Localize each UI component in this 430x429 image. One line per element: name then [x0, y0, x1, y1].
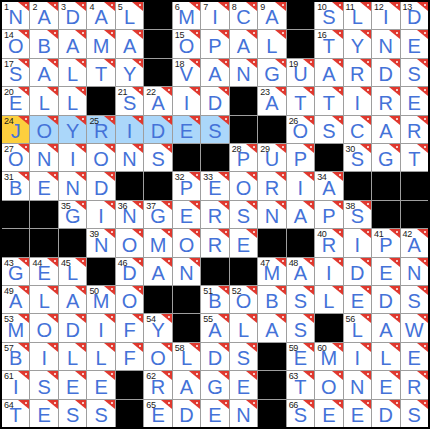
- grid-cell[interactable]: A: [230, 30, 257, 57]
- grid-cell[interactable]: Y: [344, 30, 371, 57]
- black-cell: [258, 400, 285, 427]
- grid-cell[interactable]: P: [201, 30, 228, 57]
- grid-cell[interactable]: 18V: [173, 59, 200, 86]
- grid-cell[interactable]: S: [287, 286, 314, 313]
- grid-cell[interactable]: O: [116, 286, 143, 313]
- revealed-flag-icon: [104, 59, 115, 68]
- grid-cell[interactable]: S: [144, 144, 171, 171]
- grid-cell[interactable]: M: [87, 30, 114, 57]
- revealed-flag-icon: [104, 116, 115, 125]
- grid-cell[interactable]: S: [401, 59, 428, 86]
- revealed-flag-icon: [417, 87, 428, 96]
- grid-cell[interactable]: N: [344, 371, 371, 398]
- cell-number: 37: [146, 201, 155, 211]
- grid-cell[interactable]: D: [201, 87, 228, 114]
- grid-cell[interactable]: N: [173, 258, 200, 285]
- revealed-flag-icon: [104, 30, 115, 39]
- revealed-flag-icon: [275, 201, 286, 210]
- revealed-flag-icon: [132, 144, 143, 153]
- revealed-flag-icon: [417, 229, 428, 238]
- grid-cell[interactable]: L: [59, 87, 86, 114]
- grid-cell[interactable]: D: [201, 343, 228, 370]
- grid-cell[interactable]: 16T: [315, 30, 342, 57]
- grid-cell[interactable]: 23A: [258, 87, 285, 114]
- revealed-flag-icon: [75, 258, 86, 267]
- grid-cell[interactable]: P: [287, 144, 314, 171]
- grid-cell[interactable]: 43G: [2, 258, 29, 285]
- revealed-flag-icon: [218, 314, 229, 323]
- grid-cell[interactable]: L: [30, 286, 57, 313]
- revealed-flag-icon: [75, 144, 86, 153]
- grid-cell[interactable]: 31B: [2, 172, 29, 199]
- grid-cell[interactable]: I: [173, 87, 200, 114]
- crossword-app: 1N2A3D4A5L6M7I8C9A10S11L12I13D14OBAMA15O…: [0, 0, 430, 429]
- grid-cell[interactable]: A: [144, 258, 171, 285]
- revealed-flag-icon: [161, 144, 172, 153]
- revealed-flag-icon: [132, 314, 143, 323]
- black-cell: [144, 2, 171, 29]
- grid-cell[interactable]: 48A: [287, 258, 314, 285]
- grid-cell[interactable]: O: [144, 343, 171, 370]
- grid-cell[interactable]: N: [30, 144, 57, 171]
- grid-cell[interactable]: 30S: [344, 144, 371, 171]
- grid-cell[interactable]: 12I: [372, 2, 399, 29]
- grid-cell[interactable]: N: [116, 144, 143, 171]
- grid-cell[interactable]: S: [287, 314, 314, 341]
- grid-cell[interactable]: 1N: [2, 2, 29, 29]
- grid-cell[interactable]: D: [372, 400, 399, 427]
- grid-cell[interactable]: 35G: [59, 201, 86, 228]
- revealed-flag-icon: [389, 229, 400, 238]
- grid-cell[interactable]: 9A: [258, 2, 285, 29]
- grid-cell[interactable]: 8C: [230, 2, 257, 29]
- revealed-flag-icon: [246, 371, 257, 380]
- grid-cell[interactable]: 33E: [201, 172, 228, 199]
- grid-cell[interactable]: D: [344, 258, 371, 285]
- cell-number: 59: [289, 343, 298, 353]
- grid-cell[interactable]: L: [30, 87, 57, 114]
- revealed-flag-icon: [132, 343, 143, 352]
- revealed-flag-icon: [104, 144, 115, 153]
- revealed-flag-icon: [18, 87, 29, 96]
- revealed-flag-icon: [218, 30, 229, 39]
- grid-cell[interactable]: O: [116, 229, 143, 256]
- grid-cell[interactable]: N: [401, 258, 428, 285]
- grid-cell[interactable]: I: [315, 258, 342, 285]
- grid-cell[interactable]: 13D: [401, 2, 428, 29]
- grid-cell[interactable]: E: [315, 400, 342, 427]
- grid-cell[interactable]: 42A: [401, 229, 428, 256]
- grid-cell[interactable]: S: [230, 201, 257, 228]
- grid-cell[interactable]: 36N: [116, 201, 143, 228]
- revealed-flag-icon: [218, 343, 229, 352]
- black-cell: [144, 30, 171, 57]
- revealed-flag-icon: [75, 343, 86, 352]
- revealed-flag-icon: [18, 371, 29, 380]
- revealed-flag-icon: [47, 87, 58, 96]
- grid-cell[interactable]: I: [344, 229, 371, 256]
- grid-cell[interactable]: G: [372, 144, 399, 171]
- revealed-flag-icon: [360, 59, 371, 68]
- grid-cell[interactable]: D: [144, 116, 171, 143]
- revealed-flag-icon: [332, 258, 343, 267]
- revealed-flag-icon: [132, 286, 143, 295]
- grid-cell[interactable]: A: [201, 59, 228, 86]
- revealed-flag-icon: [161, 87, 172, 96]
- grid-cell[interactable]: I: [59, 144, 86, 171]
- grid-cell[interactable]: 41P: [372, 229, 399, 256]
- revealed-flag-icon: [189, 2, 200, 11]
- grid-cell[interactable]: O: [173, 229, 200, 256]
- grid-cell[interactable]: E: [344, 286, 371, 313]
- grid-cell[interactable]: 58L: [173, 343, 200, 370]
- grid-cell[interactable]: 21S: [116, 87, 143, 114]
- revealed-flag-icon: [303, 172, 314, 181]
- revealed-flag-icon: [218, 116, 229, 125]
- revealed-flag-icon: [360, 30, 371, 39]
- grid-cell[interactable]: L: [59, 343, 86, 370]
- grid-cell[interactable]: I: [344, 87, 371, 114]
- black-cell: [258, 371, 285, 398]
- grid-cell[interactable]: 66S: [287, 400, 314, 427]
- grid-cell[interactable]: T: [315, 87, 342, 114]
- cell-number: 28: [232, 144, 241, 154]
- revealed-flag-icon: [18, 30, 29, 39]
- revealed-flag-icon: [360, 229, 371, 238]
- cell-number: 62: [146, 371, 155, 381]
- grid-cell[interactable]: W: [401, 314, 428, 341]
- grid-cell[interactable]: I: [87, 314, 114, 341]
- grid-cell[interactable]: S: [315, 116, 342, 143]
- grid-cell[interactable]: L: [372, 343, 399, 370]
- black-cell: [144, 286, 171, 313]
- grid-cell[interactable]: A: [59, 286, 86, 313]
- grid-cell[interactable]: 22A: [144, 87, 171, 114]
- grid-cell[interactable]: 49A: [2, 286, 29, 313]
- black-cell: [258, 116, 285, 143]
- cell-number: 56: [346, 314, 355, 324]
- grid-cell[interactable]: 55A: [201, 314, 228, 341]
- grid-cell[interactable]: 47M: [258, 258, 285, 285]
- revealed-flag-icon: [246, 30, 257, 39]
- grid-cell[interactable]: R: [258, 172, 285, 199]
- grid-cell[interactable]: O: [230, 172, 257, 199]
- grid-cell[interactable]: 40R: [315, 229, 342, 256]
- grid-cell[interactable]: 38S: [344, 201, 371, 228]
- black-cell: [372, 172, 399, 199]
- cell-number: 6: [175, 2, 180, 12]
- grid-cell[interactable]: O: [30, 116, 57, 143]
- grid-cell[interactable]: D: [87, 172, 114, 199]
- revealed-flag-icon: [161, 201, 172, 210]
- black-cell: [287, 229, 314, 256]
- grid-cell[interactable]: O: [315, 371, 342, 398]
- cell-number: 53: [4, 314, 13, 324]
- revealed-flag-icon: [303, 343, 314, 352]
- grid-cell[interactable]: A: [372, 116, 399, 143]
- grid-cell[interactable]: R: [372, 87, 399, 114]
- grid-cell[interactable]: 51B: [201, 286, 228, 313]
- grid-cell[interactable]: 20E: [2, 87, 29, 114]
- grid-cell[interactable]: Y: [59, 116, 86, 143]
- grid-cell[interactable]: Y: [116, 59, 143, 86]
- revealed-flag-icon: [246, 172, 257, 181]
- grid-cell[interactable]: 19U: [287, 59, 314, 86]
- revealed-flag-icon: [218, 2, 229, 11]
- grid-cell[interactable]: F: [116, 314, 143, 341]
- cell-number: 21: [118, 87, 127, 97]
- grid-cell[interactable]: 65E: [144, 400, 171, 427]
- grid-cell[interactable]: S: [230, 343, 257, 370]
- grid-cell[interactable]: R: [201, 201, 228, 228]
- grid-cell[interactable]: L: [59, 59, 86, 86]
- crossword-board: 1N2A3D4A5L6M7I8C9A10S11L12I13D14OBAMA15O…: [0, 0, 430, 429]
- grid-cell[interactable]: S: [401, 400, 428, 427]
- grid-cell[interactable]: S: [401, 286, 428, 313]
- cell-number: 52: [232, 286, 241, 296]
- grid-cell[interactable]: E: [230, 371, 257, 398]
- grid-cell[interactable]: 34A: [315, 172, 342, 199]
- revealed-flag-icon: [132, 229, 143, 238]
- grid-cell[interactable]: 50M: [87, 286, 114, 313]
- grid-cell[interactable]: I: [30, 343, 57, 370]
- grid-cell[interactable]: S: [59, 400, 86, 427]
- grid-cell[interactable]: O: [30, 314, 57, 341]
- cell-number: 15: [175, 30, 184, 40]
- cell-number: 4: [89, 2, 94, 12]
- grid-cell[interactable]: E: [173, 201, 200, 228]
- grid-cell[interactable]: 63T: [287, 371, 314, 398]
- grid-cell[interactable]: E: [173, 116, 200, 143]
- cell-number: 3: [61, 2, 66, 12]
- grid-cell[interactable]: G: [258, 59, 285, 86]
- grid-cell[interactable]: I: [344, 343, 371, 370]
- grid-cell[interactable]: E: [30, 400, 57, 427]
- grid-cell[interactable]: 57B: [2, 343, 29, 370]
- black-cell: [287, 2, 314, 29]
- grid-cell[interactable]: T: [87, 59, 114, 86]
- grid-cell[interactable]: 10S: [315, 2, 342, 29]
- grid-cell[interactable]: N: [372, 30, 399, 57]
- grid-cell[interactable]: N: [230, 400, 257, 427]
- cell-number: 65: [146, 400, 155, 410]
- grid-cell[interactable]: E: [372, 371, 399, 398]
- grid-cell[interactable]: 52O: [230, 286, 257, 313]
- grid-cell[interactable]: N: [230, 59, 257, 86]
- grid-cell[interactable]: S: [87, 400, 114, 427]
- revealed-flag-icon: [104, 371, 115, 380]
- grid-cell[interactable]: 54Y: [144, 314, 171, 341]
- grid-cell[interactable]: 37G: [144, 201, 171, 228]
- grid-cell[interactable]: M: [144, 229, 171, 256]
- grid-cell[interactable]: L: [258, 30, 285, 57]
- revealed-flag-icon: [389, 400, 400, 409]
- black-cell: [258, 229, 285, 256]
- grid-cell[interactable]: S: [30, 371, 57, 398]
- grid-cell[interactable]: R: [401, 116, 428, 143]
- black-cell: [287, 30, 314, 57]
- grid-cell[interactable]: 3D: [59, 2, 86, 29]
- grid-cell[interactable]: I: [87, 201, 114, 228]
- grid-cell[interactable]: 62R: [144, 371, 171, 398]
- revealed-flag-icon: [360, 371, 371, 380]
- grid-cell[interactable]: E: [401, 343, 428, 370]
- grid-cell[interactable]: D: [372, 286, 399, 313]
- revealed-flag-icon: [47, 30, 58, 39]
- revealed-flag-icon: [332, 87, 343, 96]
- grid-cell[interactable]: I: [287, 172, 314, 199]
- grid-cell[interactable]: L: [87, 343, 114, 370]
- grid-cell[interactable]: 59E: [287, 343, 314, 370]
- grid-cell[interactable]: F: [116, 343, 143, 370]
- revealed-flag-icon: [275, 87, 286, 96]
- black-cell: [144, 172, 171, 199]
- cell-number: 1: [4, 2, 9, 12]
- grid-cell[interactable]: 60M: [315, 343, 342, 370]
- grid-cell[interactable]: 4A: [87, 2, 114, 29]
- revealed-flag-icon: [189, 172, 200, 181]
- revealed-flag-icon: [218, 286, 229, 295]
- grid-cell[interactable]: P: [315, 201, 342, 228]
- grid-cell[interactable]: S: [201, 116, 228, 143]
- grid-cell[interactable]: A: [315, 59, 342, 86]
- grid-cell[interactable]: B: [258, 286, 285, 313]
- revealed-flag-icon: [389, 59, 400, 68]
- grid-cell[interactable]: 25R: [87, 116, 114, 143]
- grid-cell[interactable]: I: [116, 116, 143, 143]
- grid-cell[interactable]: 7I: [201, 2, 228, 29]
- grid-cell[interactable]: 6M: [173, 2, 200, 29]
- grid-cell[interactable]: E: [230, 229, 257, 256]
- grid-cell[interactable]: 32P: [173, 172, 200, 199]
- revealed-flag-icon: [303, 201, 314, 210]
- black-cell: [173, 286, 200, 313]
- revealed-flag-icon: [161, 258, 172, 267]
- grid-cell[interactable]: A: [59, 30, 86, 57]
- revealed-flag-icon: [218, 229, 229, 238]
- grid-cell[interactable]: E: [401, 87, 428, 114]
- revealed-flag-icon: [189, 343, 200, 352]
- grid-cell[interactable]: T: [401, 144, 428, 171]
- revealed-flag-icon: [161, 314, 172, 323]
- grid-cell[interactable]: G: [201, 371, 228, 398]
- grid-cell[interactable]: E: [201, 400, 228, 427]
- cell-number: 33: [203, 172, 212, 182]
- black-cell: [116, 371, 143, 398]
- cell-number: 7: [203, 2, 208, 12]
- grid-cell[interactable]: L: [230, 314, 257, 341]
- grid-cell[interactable]: T: [287, 87, 314, 114]
- grid-cell[interactable]: 28P: [230, 144, 257, 171]
- grid-cell[interactable]: 5L: [116, 2, 143, 29]
- grid-cell[interactable]: E: [30, 172, 57, 199]
- grid-cell[interactable]: A: [372, 314, 399, 341]
- grid-cell[interactable]: O: [87, 144, 114, 171]
- revealed-flag-icon: [360, 314, 371, 323]
- grid-cell[interactable]: 24J: [2, 116, 29, 143]
- cell-number: 40: [317, 229, 326, 239]
- revealed-flag-icon: [417, 400, 428, 409]
- grid-cell[interactable]: R: [344, 59, 371, 86]
- cell-number: 29: [260, 144, 269, 154]
- revealed-flag-icon: [218, 172, 229, 181]
- black-cell: [116, 172, 143, 199]
- revealed-flag-icon: [246, 201, 257, 210]
- grid-cell[interactable]: R: [401, 371, 428, 398]
- grid-cell[interactable]: 15O: [173, 30, 200, 57]
- cell-number: 46: [118, 258, 127, 268]
- grid-cell[interactable]: 14O: [2, 30, 29, 57]
- grid-cell[interactable]: D: [59, 314, 86, 341]
- revealed-flag-icon: [47, 314, 58, 323]
- grid-cell[interactable]: D: [372, 59, 399, 86]
- grid-cell[interactable]: 61I: [2, 371, 29, 398]
- grid-cell[interactable]: N: [258, 201, 285, 228]
- grid-cell[interactable]: E: [344, 400, 371, 427]
- grid-cell[interactable]: E: [87, 371, 114, 398]
- grid-cell[interactable]: 29U: [258, 144, 285, 171]
- grid-cell[interactable]: A: [287, 201, 314, 228]
- grid-cell[interactable]: N: [59, 172, 86, 199]
- grid-cell[interactable]: 45L: [59, 258, 86, 285]
- cell-number: 58: [175, 343, 184, 353]
- grid-cell[interactable]: A: [173, 371, 200, 398]
- cell-number: 14: [4, 30, 13, 40]
- revealed-flag-icon: [303, 144, 314, 153]
- grid-cell[interactable]: 53M: [2, 314, 29, 341]
- grid-cell[interactable]: 56L: [344, 314, 371, 341]
- black-cell: [201, 258, 228, 285]
- grid-cell[interactable]: E: [401, 30, 428, 57]
- grid-cell[interactable]: A: [258, 314, 285, 341]
- black-cell: [87, 258, 114, 285]
- grid-cell[interactable]: L: [315, 286, 342, 313]
- black-cell: [230, 87, 257, 114]
- grid-cell[interactable]: R: [201, 229, 228, 256]
- grid-cell[interactable]: 2A: [30, 2, 57, 29]
- grid-cell[interactable]: A: [30, 59, 57, 86]
- revealed-flag-icon: [104, 172, 115, 181]
- grid-cell[interactable]: 11L: [344, 2, 371, 29]
- grid-cell[interactable]: 44E: [30, 258, 57, 285]
- revealed-flag-icon: [389, 286, 400, 295]
- black-cell: [315, 314, 342, 341]
- black-cell: [116, 400, 143, 427]
- cell-number: 12: [374, 2, 383, 12]
- grid-cell[interactable]: C: [344, 116, 371, 143]
- grid-cell[interactable]: 46D: [116, 258, 143, 285]
- cell-number: 8: [232, 2, 237, 12]
- grid-cell[interactable]: 39N: [87, 229, 114, 256]
- grid-cell[interactable]: B: [30, 30, 57, 57]
- revealed-flag-icon: [303, 258, 314, 267]
- grid-cell[interactable]: D: [173, 400, 200, 427]
- revealed-flag-icon: [104, 343, 115, 352]
- grid-cell[interactable]: 27O: [2, 144, 29, 171]
- revealed-flag-icon: [47, 371, 58, 380]
- black-cell: [2, 229, 29, 256]
- black-cell: [30, 201, 57, 228]
- grid-cell[interactable]: A: [116, 30, 143, 57]
- grid-cell[interactable]: 26O: [287, 116, 314, 143]
- grid-cell[interactable]: E: [372, 258, 399, 285]
- grid-cell[interactable]: E: [59, 371, 86, 398]
- revealed-flag-icon: [218, 59, 229, 68]
- revealed-flag-icon: [389, 343, 400, 352]
- grid-cell[interactable]: 17S: [2, 59, 29, 86]
- grid-cell[interactable]: 64T: [2, 400, 29, 427]
- revealed-flag-icon: [132, 2, 143, 11]
